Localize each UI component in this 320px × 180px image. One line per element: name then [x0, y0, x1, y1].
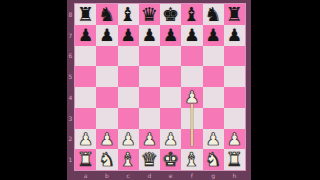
- white-pawn[interactable]: ♟: [206, 129, 221, 150]
- square-d5[interactable]: [139, 66, 160, 87]
- square-e8[interactable]: ♚: [160, 4, 181, 25]
- white-pawn[interactable]: ♟: [227, 129, 242, 150]
- file-label-e: e: [160, 171, 181, 180]
- square-b7[interactable]: ♟: [96, 25, 117, 46]
- black-pawn[interactable]: ♟: [227, 25, 242, 46]
- square-g8[interactable]: ♞: [203, 4, 224, 25]
- square-a5[interactable]: [75, 66, 96, 87]
- square-b4[interactable]: [96, 87, 117, 108]
- square-g1[interactable]: ♞: [203, 149, 224, 170]
- chess-app-screen: ♜♞♝♛♚♝♞♜♟♟♟♟♟♟♟♟♟♟♟♟♟♟♟♟♜♞♝♛♚♝♞♜ 8765432…: [0, 0, 320, 180]
- square-h2[interactable]: ♟: [224, 129, 245, 150]
- black-pawn[interactable]: ♟: [184, 25, 199, 46]
- white-queen[interactable]: ♛: [141, 149, 158, 170]
- square-f8[interactable]: ♝: [181, 4, 202, 25]
- square-h6[interactable]: [224, 46, 245, 67]
- white-pawn[interactable]: ♟: [99, 129, 114, 150]
- square-h1[interactable]: ♜: [224, 149, 245, 170]
- square-c4[interactable]: [118, 87, 139, 108]
- white-king[interactable]: ♚: [162, 149, 179, 170]
- square-c2[interactable]: ♟: [118, 129, 139, 150]
- file-label-f: f: [181, 171, 202, 180]
- square-a4[interactable]: [75, 87, 96, 108]
- rank-label-1: 1: [67, 149, 74, 170]
- black-rook[interactable]: ♜: [226, 4, 243, 25]
- file-label-c: c: [118, 171, 139, 180]
- square-c3[interactable]: [118, 108, 139, 129]
- square-e6[interactable]: [160, 46, 181, 67]
- square-a8[interactable]: ♜: [75, 4, 96, 25]
- black-rook[interactable]: ♜: [77, 4, 94, 25]
- square-b8[interactable]: ♞: [96, 4, 117, 25]
- square-d7[interactable]: ♟: [139, 25, 160, 46]
- square-g5[interactable]: [203, 66, 224, 87]
- square-c8[interactable]: ♝: [118, 4, 139, 25]
- square-b2[interactable]: ♟: [96, 129, 117, 150]
- square-b6[interactable]: [96, 46, 117, 67]
- square-a2[interactable]: ♟: [75, 129, 96, 150]
- white-pawn[interactable]: ♟: [163, 129, 178, 150]
- white-bishop[interactable]: ♝: [120, 149, 137, 170]
- file-label-b: b: [96, 171, 117, 180]
- black-queen[interactable]: ♛: [141, 4, 158, 25]
- last-move-trail: [191, 104, 193, 146]
- square-e1[interactable]: ♚: [160, 149, 181, 170]
- square-e7[interactable]: ♟: [160, 25, 181, 46]
- square-g2[interactable]: ♟: [203, 129, 224, 150]
- white-knight[interactable]: ♞: [205, 149, 222, 170]
- square-e4[interactable]: [160, 87, 181, 108]
- square-f5[interactable]: [181, 66, 202, 87]
- white-pawn[interactable]: ♟: [142, 129, 157, 150]
- white-knight[interactable]: ♞: [98, 149, 115, 170]
- square-h8[interactable]: ♜: [224, 4, 245, 25]
- rank-label-7: 7: [67, 25, 74, 46]
- white-rook[interactable]: ♜: [226, 149, 243, 170]
- square-g7[interactable]: ♟: [203, 25, 224, 46]
- black-bishop[interactable]: ♝: [120, 4, 137, 25]
- white-rook[interactable]: ♜: [77, 149, 94, 170]
- black-pawn[interactable]: ♟: [142, 25, 157, 46]
- file-label-d: d: [139, 171, 160, 180]
- square-e5[interactable]: [160, 66, 181, 87]
- black-pawn[interactable]: ♟: [163, 25, 178, 46]
- square-f1[interactable]: ♝: [181, 149, 202, 170]
- square-d4[interactable]: [139, 87, 160, 108]
- square-c7[interactable]: ♟: [118, 25, 139, 46]
- square-c5[interactable]: [118, 66, 139, 87]
- square-h4[interactable]: [224, 87, 245, 108]
- square-c6[interactable]: [118, 46, 139, 67]
- square-e3[interactable]: [160, 108, 181, 129]
- square-d1[interactable]: ♛: [139, 149, 160, 170]
- rank-label-3: 3: [67, 108, 74, 129]
- square-g3[interactable]: [203, 108, 224, 129]
- square-a3[interactable]: [75, 108, 96, 129]
- square-d6[interactable]: [139, 46, 160, 67]
- square-f6[interactable]: [181, 46, 202, 67]
- white-bishop[interactable]: ♝: [183, 149, 200, 170]
- square-a7[interactable]: ♟: [75, 25, 96, 46]
- rank-labels: 87654321: [67, 4, 74, 170]
- black-king[interactable]: ♚: [162, 4, 179, 25]
- black-knight[interactable]: ♞: [98, 4, 115, 25]
- black-pawn[interactable]: ♟: [206, 25, 221, 46]
- square-h7[interactable]: ♟: [224, 25, 245, 46]
- square-d3[interactable]: [139, 108, 160, 129]
- square-g6[interactable]: [203, 46, 224, 67]
- rank-label-2: 2: [67, 129, 74, 150]
- square-h3[interactable]: [224, 108, 245, 129]
- square-b1[interactable]: ♞: [96, 149, 117, 170]
- rank-label-8: 8: [67, 4, 74, 25]
- square-b5[interactable]: [96, 66, 117, 87]
- rank-label-5: 5: [67, 66, 74, 87]
- white-pawn[interactable]: ♟: [121, 129, 136, 150]
- black-pawn[interactable]: ♟: [121, 25, 136, 46]
- square-a6[interactable]: [75, 46, 96, 67]
- black-pawn[interactable]: ♟: [78, 25, 93, 46]
- file-label-g: g: [203, 171, 224, 180]
- square-d8[interactable]: ♛: [139, 4, 160, 25]
- black-pawn[interactable]: ♟: [99, 25, 114, 46]
- file-label-h: h: [224, 171, 245, 180]
- square-a1[interactable]: ♜: [75, 149, 96, 170]
- chess-board: ♜♞♝♛♚♝♞♜♟♟♟♟♟♟♟♟♟♟♟♟♟♟♟♟♜♞♝♛♚♝♞♜: [74, 3, 246, 171]
- rank-label-6: 6: [67, 46, 74, 67]
- black-knight[interactable]: ♞: [205, 4, 222, 25]
- white-pawn[interactable]: ♟: [78, 129, 93, 150]
- square-h5[interactable]: [224, 66, 245, 87]
- black-bishop[interactable]: ♝: [183, 4, 200, 25]
- square-f7[interactable]: ♟: [181, 25, 202, 46]
- file-label-a: a: [75, 171, 96, 180]
- square-c1[interactable]: ♝: [118, 149, 139, 170]
- file-labels: abcdefgh: [75, 171, 245, 180]
- rank-label-4: 4: [67, 87, 74, 108]
- square-b3[interactable]: [96, 108, 117, 129]
- square-d2[interactable]: ♟: [139, 129, 160, 150]
- square-e2[interactable]: ♟: [160, 129, 181, 150]
- square-g4[interactable]: [203, 87, 224, 108]
